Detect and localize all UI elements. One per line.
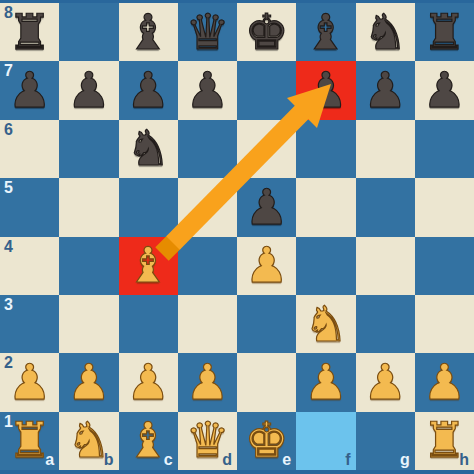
square-h6[interactable]	[415, 120, 474, 178]
chess-app-window: 8♜♝♛♚♝♞♜7♟♟♟♟♟♟♟6♞5♟4♝♟3♞2♟♟♟♟♟♟♟1a♜b♞c♝…	[0, 0, 474, 474]
square-a2[interactable]: 2♟	[0, 353, 59, 411]
square-h4[interactable]	[415, 237, 474, 295]
file-label-f: f	[345, 451, 350, 469]
piece-white-knight-f3[interactable]: ♞	[296, 295, 355, 353]
piece-black-rook-h8[interactable]: ♜	[415, 3, 474, 61]
square-b5[interactable]	[59, 178, 118, 236]
square-h7[interactable]: ♟	[415, 61, 474, 119]
square-h1[interactable]: h♜	[415, 412, 474, 470]
piece-black-pawn-d7[interactable]: ♟	[178, 61, 237, 119]
square-b2[interactable]: ♟	[59, 353, 118, 411]
square-g2[interactable]: ♟	[356, 353, 415, 411]
square-b4[interactable]	[59, 237, 118, 295]
square-b7[interactable]: ♟	[59, 61, 118, 119]
piece-black-rook-a8[interactable]: ♜	[0, 3, 59, 61]
piece-black-pawn-b7[interactable]: ♟	[59, 61, 118, 119]
piece-white-pawn-a2[interactable]: ♟	[0, 353, 59, 411]
square-c5[interactable]	[119, 178, 178, 236]
square-f2[interactable]: ♟	[296, 353, 355, 411]
square-g3[interactable]	[356, 295, 415, 353]
square-g4[interactable]	[356, 237, 415, 295]
square-d1[interactable]: d♛	[178, 412, 237, 470]
square-e5[interactable]: ♟	[237, 178, 296, 236]
square-c7[interactable]: ♟	[119, 61, 178, 119]
square-d8[interactable]: ♛	[178, 3, 237, 61]
square-d3[interactable]	[178, 295, 237, 353]
file-label-g: g	[400, 451, 410, 469]
piece-white-pawn-b2[interactable]: ♟	[59, 353, 118, 411]
piece-white-bishop-c1[interactable]: ♝	[119, 412, 178, 470]
square-c1[interactable]: c♝	[119, 412, 178, 470]
piece-black-queen-d8[interactable]: ♛	[178, 3, 237, 61]
square-f3[interactable]: ♞	[296, 295, 355, 353]
square-c3[interactable]	[119, 295, 178, 353]
rank-label-3: 3	[4, 296, 13, 314]
piece-white-rook-h1[interactable]: ♜	[415, 412, 474, 470]
square-d2[interactable]: ♟	[178, 353, 237, 411]
piece-white-bishop-c4[interactable]: ♝	[119, 237, 178, 295]
square-h3[interactable]	[415, 295, 474, 353]
square-b1[interactable]: b♞	[59, 412, 118, 470]
square-g1[interactable]: g	[356, 412, 415, 470]
square-h8[interactable]: ♜	[415, 3, 474, 61]
square-a6[interactable]: 6	[0, 120, 59, 178]
piece-white-knight-b1[interactable]: ♞	[59, 412, 118, 470]
piece-white-pawn-g2[interactable]: ♟	[356, 353, 415, 411]
piece-white-pawn-c2[interactable]: ♟	[119, 353, 178, 411]
piece-black-bishop-f8[interactable]: ♝	[296, 3, 355, 61]
chess-board: 8♜♝♛♚♝♞♜7♟♟♟♟♟♟♟6♞5♟4♝♟3♞2♟♟♟♟♟♟♟1a♜b♞c♝…	[0, 3, 474, 470]
piece-black-pawn-h7[interactable]: ♟	[415, 61, 474, 119]
square-f1[interactable]: f	[296, 412, 355, 470]
piece-black-knight-g8[interactable]: ♞	[356, 3, 415, 61]
square-g6[interactable]	[356, 120, 415, 178]
square-h5[interactable]	[415, 178, 474, 236]
square-d6[interactable]	[178, 120, 237, 178]
piece-black-pawn-e5[interactable]: ♟	[237, 178, 296, 236]
square-b8[interactable]	[59, 3, 118, 61]
square-f7[interactable]: ♟	[296, 61, 355, 119]
square-g7[interactable]: ♟	[356, 61, 415, 119]
piece-black-bishop-c8[interactable]: ♝	[119, 3, 178, 61]
piece-black-pawn-a7[interactable]: ♟	[0, 61, 59, 119]
rank-label-6: 6	[4, 121, 13, 139]
square-b6[interactable]	[59, 120, 118, 178]
square-a4[interactable]: 4	[0, 237, 59, 295]
square-h2[interactable]: ♟	[415, 353, 474, 411]
piece-black-pawn-c7[interactable]: ♟	[119, 61, 178, 119]
square-e8[interactable]: ♚	[237, 3, 296, 61]
piece-white-rook-a1[interactable]: ♜	[0, 412, 59, 470]
square-a8[interactable]: 8♜	[0, 3, 59, 61]
square-a7[interactable]: 7♟	[0, 61, 59, 119]
square-f4[interactable]	[296, 237, 355, 295]
square-d7[interactable]: ♟	[178, 61, 237, 119]
square-e7[interactable]	[237, 61, 296, 119]
piece-white-pawn-h2[interactable]: ♟	[415, 353, 474, 411]
square-a3[interactable]: 3	[0, 295, 59, 353]
square-f8[interactable]: ♝	[296, 3, 355, 61]
piece-white-pawn-d2[interactable]: ♟	[178, 353, 237, 411]
square-f5[interactable]	[296, 178, 355, 236]
square-d4[interactable]	[178, 237, 237, 295]
square-e6[interactable]	[237, 120, 296, 178]
square-e4[interactable]: ♟	[237, 237, 296, 295]
piece-black-king-e8[interactable]: ♚	[237, 3, 296, 61]
piece-white-queen-d1[interactable]: ♛	[178, 412, 237, 470]
square-a5[interactable]: 5	[0, 178, 59, 236]
square-a1[interactable]: 1a♜	[0, 412, 59, 470]
square-e2[interactable]	[237, 353, 296, 411]
square-e1[interactable]: e♚	[237, 412, 296, 470]
piece-white-pawn-e4[interactable]: ♟	[237, 237, 296, 295]
square-g8[interactable]: ♞	[356, 3, 415, 61]
rank-label-4: 4	[4, 238, 13, 256]
square-g5[interactable]	[356, 178, 415, 236]
square-b3[interactable]	[59, 295, 118, 353]
square-c4[interactable]: ♝	[119, 237, 178, 295]
square-c8[interactable]: ♝	[119, 3, 178, 61]
square-f6[interactable]	[296, 120, 355, 178]
piece-black-pawn-g7[interactable]: ♟	[356, 61, 415, 119]
piece-white-pawn-f2[interactable]: ♟	[296, 353, 355, 411]
piece-white-king-e1[interactable]: ♚	[237, 412, 296, 470]
square-e3[interactable]	[237, 295, 296, 353]
piece-black-pawn-f7[interactable]: ♟	[296, 61, 355, 119]
square-c6[interactable]: ♞	[119, 120, 178, 178]
piece-black-knight-c6[interactable]: ♞	[119, 120, 178, 178]
square-d5[interactable]	[178, 178, 237, 236]
rank-label-5: 5	[4, 179, 13, 197]
square-c2[interactable]: ♟	[119, 353, 178, 411]
